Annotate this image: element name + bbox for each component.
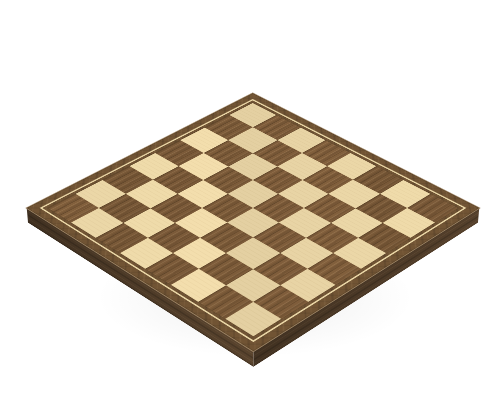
square-e3 — [200, 223, 253, 253]
square-h4 — [307, 253, 361, 285]
square-f5 — [279, 208, 331, 238]
square-f3 — [226, 238, 279, 269]
square-h6 — [358, 223, 411, 253]
square-f4 — [253, 223, 306, 253]
square-h3 — [281, 269, 336, 302]
product-photo-background — [0, 0, 500, 400]
square-h5 — [333, 238, 386, 269]
square-h7 — [383, 208, 435, 238]
square-c2 — [123, 208, 175, 238]
square-b1 — [71, 208, 123, 238]
square-d3 — [175, 208, 227, 238]
square-e4 — [227, 208, 279, 238]
square-c1 — [95, 223, 148, 253]
square-h1 — [225, 302, 281, 337]
square-g6 — [331, 208, 383, 238]
square-d2 — [148, 223, 201, 253]
square-d1 — [120, 238, 173, 269]
square-f2 — [199, 253, 253, 285]
square-g3 — [253, 253, 307, 285]
square-g1 — [198, 285, 253, 319]
square-e2 — [173, 238, 226, 269]
square-g5 — [306, 223, 359, 253]
square-e1 — [145, 253, 199, 285]
square-g4 — [280, 238, 333, 269]
square-g2 — [226, 269, 281, 302]
square-h2 — [253, 285, 308, 319]
square-f1 — [171, 269, 226, 302]
